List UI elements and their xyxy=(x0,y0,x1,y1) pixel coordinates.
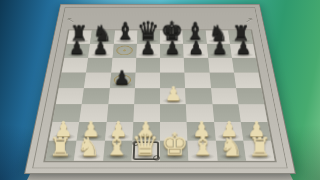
square-h7[interactable]: ♟ xyxy=(230,44,256,58)
square-d5[interactable] xyxy=(135,72,160,88)
piece-black-pawn-h7[interactable]: ♟ xyxy=(236,39,252,57)
square-e3[interactable] xyxy=(160,105,187,123)
piece-white-bishop-c1[interactable]: ♝ xyxy=(104,132,129,160)
square-a5[interactable] xyxy=(59,72,86,88)
square-e1[interactable]: ♚ xyxy=(160,141,189,161)
square-d6[interactable] xyxy=(135,58,160,73)
square-g4[interactable] xyxy=(211,88,239,105)
square-g1[interactable]: ♞ xyxy=(215,141,245,161)
chess-scene-background: ↖ ↗ ♜♞♝♛♚♝♞♜♟♟♟♟♟♟♟♟♟♟♟♟♟♟♟♟♜♞♝♛♚♝♞♜ xyxy=(0,0,320,180)
square-f1[interactable]: ♝ xyxy=(188,141,218,161)
square-f4[interactable] xyxy=(185,88,212,105)
chess-board: ↖ ↗ ♜♞♝♛♚♝♞♜♟♟♟♟♟♟♟♟♟♟♟♟♟♟♟♟♜♞♝♛♚♝♞♜ xyxy=(24,4,296,174)
piece-black-pawn-e7[interactable]: ♟ xyxy=(164,39,180,57)
piece-black-pawn-f7[interactable]: ♟ xyxy=(188,39,204,57)
square-d1[interactable]: ♛ xyxy=(131,141,160,161)
piece-white-knight-g1[interactable]: ♞ xyxy=(220,134,244,160)
square-h5[interactable] xyxy=(234,72,261,88)
piece-white-bishop-f1[interactable]: ♝ xyxy=(190,132,215,160)
square-g6[interactable] xyxy=(208,58,234,73)
piece-black-pawn-c5[interactable]: ♟ xyxy=(114,68,131,87)
piece-black-pawn-b7[interactable]: ♟ xyxy=(92,39,108,57)
piece-white-king-e1[interactable]: ♚ xyxy=(160,129,188,160)
last-move-ornament-c7 xyxy=(116,46,133,55)
square-h1[interactable]: ♜ xyxy=(243,141,274,161)
piece-white-rook-a1[interactable]: ♜ xyxy=(48,135,71,160)
square-e4[interactable]: ♟ xyxy=(160,88,186,105)
square-c8[interactable]: ♝ xyxy=(113,30,137,43)
square-h6[interactable] xyxy=(232,58,259,73)
square-b4[interactable] xyxy=(82,88,110,105)
square-b7[interactable]: ♟ xyxy=(88,44,113,58)
square-c1[interactable]: ♝ xyxy=(103,141,133,161)
square-h4[interactable] xyxy=(236,88,264,105)
piece-black-bishop-c8[interactable]: ♝ xyxy=(115,20,136,43)
piece-black-pawn-d7[interactable]: ♟ xyxy=(140,39,156,57)
square-c7[interactable] xyxy=(112,44,137,58)
square-b5[interactable] xyxy=(84,72,111,88)
square-a7[interactable]: ♟ xyxy=(64,44,90,58)
square-b6[interactable] xyxy=(86,58,112,73)
square-e6[interactable] xyxy=(160,58,185,73)
square-a1[interactable]: ♜ xyxy=(45,141,76,161)
square-g5[interactable] xyxy=(209,72,236,88)
piece-white-queen-d1[interactable]: ♛ xyxy=(132,129,160,160)
square-a4[interactable] xyxy=(56,88,84,105)
square-e7[interactable]: ♟ xyxy=(160,44,184,58)
piece-black-pawn-a7[interactable]: ♟ xyxy=(68,39,84,57)
board-grid: ♜♞♝♛♚♝♞♜♟♟♟♟♟♟♟♟♟♟♟♟♟♟♟♟♜♞♝♛♚♝♞♜ xyxy=(43,30,277,163)
piece-white-rook-h1[interactable]: ♜ xyxy=(249,135,272,160)
square-d4[interactable] xyxy=(134,88,160,105)
square-f5[interactable] xyxy=(185,72,211,88)
square-b1[interactable]: ♞ xyxy=(74,141,104,161)
square-d7[interactable]: ♟ xyxy=(136,44,160,58)
square-c5[interactable]: ♟ xyxy=(109,72,135,88)
piece-black-pawn-g7[interactable]: ♟ xyxy=(212,39,228,57)
square-a6[interactable] xyxy=(62,58,89,73)
piece-white-knight-b1[interactable]: ♞ xyxy=(77,134,101,160)
square-c4[interactable] xyxy=(108,88,135,105)
square-g7[interactable]: ♟ xyxy=(207,44,232,58)
piece-white-pawn-e4[interactable]: ♟ xyxy=(164,84,182,104)
square-f7[interactable]: ♟ xyxy=(183,44,208,58)
square-f6[interactable] xyxy=(184,58,209,73)
